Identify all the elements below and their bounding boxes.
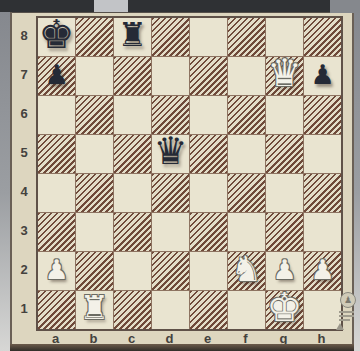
square-f5[interactable] [228, 135, 265, 173]
square-g5[interactable] [266, 135, 303, 173]
square-a6[interactable] [38, 96, 75, 134]
white-queen-g7[interactable]: ♛ [267, 54, 301, 92]
square-h5[interactable] [304, 135, 341, 173]
recycle-triangle-icon [336, 323, 344, 330]
rank-label-6: 6 [14, 94, 34, 132]
square-a8[interactable]: ♚ [38, 18, 75, 56]
square-h2[interactable]: ♟ [304, 252, 341, 290]
square-c1[interactable] [114, 291, 151, 329]
square-d1[interactable] [152, 291, 189, 329]
square-h7[interactable]: ♟ [304, 57, 341, 95]
square-e7[interactable] [190, 57, 227, 95]
square-h3[interactable] [304, 213, 341, 251]
square-c7[interactable] [114, 57, 151, 95]
board-photo: ♚♜♟♛♟♛♟♞♟♟♜♚ 87654321 abcdefgh ♟ [0, 0, 360, 351]
square-e1[interactable] [190, 291, 227, 329]
square-e3[interactable] [190, 213, 227, 251]
square-g7[interactable]: ♛ [266, 57, 303, 95]
square-e2[interactable] [190, 252, 227, 290]
square-b2[interactable] [76, 252, 113, 290]
square-a4[interactable] [38, 174, 75, 212]
black-rook-c8[interactable]: ♜ [118, 18, 148, 51]
square-c5[interactable] [114, 135, 151, 173]
maker-stamp-pawn-icon: ♟ [340, 292, 356, 308]
maker-stamp-text-line [339, 311, 354, 313]
rank-label-2: 2 [14, 250, 34, 288]
square-d8[interactable] [152, 18, 189, 56]
photo-top-right-edge [330, 0, 360, 13]
board-bottom-ledge [10, 344, 354, 351]
rank-label-5: 5 [14, 133, 34, 171]
square-e4[interactable] [190, 174, 227, 212]
maker-stamp-text-line [339, 319, 350, 321]
square-g4[interactable] [266, 174, 303, 212]
photo-top-edge [0, 0, 360, 12]
square-b1[interactable]: ♜ [76, 291, 113, 329]
square-h8[interactable] [304, 18, 341, 56]
white-rook-b1[interactable]: ♜ [80, 291, 110, 324]
square-h4[interactable] [304, 174, 341, 212]
square-b5[interactable] [76, 135, 113, 173]
square-e6[interactable] [190, 96, 227, 134]
square-g6[interactable] [266, 96, 303, 134]
square-d5[interactable]: ♛ [152, 135, 189, 173]
square-c2[interactable] [114, 252, 151, 290]
square-f3[interactable] [228, 213, 265, 251]
square-a1[interactable] [38, 291, 75, 329]
square-b6[interactable] [76, 96, 113, 134]
chess-board-grid: ♚♜♟♛♟♛♟♞♟♟♜♚ [36, 16, 343, 331]
square-b3[interactable] [76, 213, 113, 251]
square-f6[interactable] [228, 96, 265, 134]
square-a3[interactable] [38, 213, 75, 251]
square-e8[interactable] [190, 18, 227, 56]
square-b7[interactable] [76, 57, 113, 95]
square-a5[interactable] [38, 135, 75, 173]
wall-gap [94, 0, 128, 12]
square-g3[interactable] [266, 213, 303, 251]
white-pawn-h2[interactable]: ♟ [310, 257, 334, 284]
black-pawn-h7[interactable]: ♟ [310, 62, 334, 89]
black-pawn-a7[interactable]: ♟ [44, 62, 68, 89]
square-g8[interactable] [266, 18, 303, 56]
square-c3[interactable] [114, 213, 151, 251]
square-d2[interactable] [152, 252, 189, 290]
square-c8[interactable]: ♜ [114, 18, 151, 56]
square-b4[interactable] [76, 174, 113, 212]
square-d3[interactable] [152, 213, 189, 251]
square-g1[interactable]: ♚ [266, 291, 303, 329]
rank-label-8: 8 [14, 16, 34, 54]
white-pawn-a2[interactable]: ♟ [44, 257, 68, 284]
rank-label-4: 4 [14, 172, 34, 210]
square-d4[interactable] [152, 174, 189, 212]
rank-label-3: 3 [14, 211, 34, 249]
black-king-a8[interactable]: ♚ [39, 14, 75, 54]
rank-label-7: 7 [14, 55, 34, 93]
square-f7[interactable] [228, 57, 265, 95]
maker-stamp: ♟ [336, 292, 358, 338]
square-f2[interactable]: ♞ [228, 252, 265, 290]
white-pawn-g2[interactable]: ♟ [272, 257, 296, 284]
white-knight-f2[interactable]: ♞ [231, 251, 262, 286]
square-f4[interactable] [228, 174, 265, 212]
rank-label-1: 1 [14, 289, 34, 327]
square-f8[interactable] [228, 18, 265, 56]
white-king-g1[interactable]: ♚ [267, 287, 303, 327]
square-d6[interactable] [152, 96, 189, 134]
black-queen-d5[interactable]: ♛ [153, 132, 187, 170]
square-f1[interactable] [228, 291, 265, 329]
square-h6[interactable] [304, 96, 341, 134]
square-a7[interactable]: ♟ [38, 57, 75, 95]
square-d7[interactable] [152, 57, 189, 95]
square-c6[interactable] [114, 96, 151, 134]
square-b8[interactable] [76, 18, 113, 56]
square-e5[interactable] [190, 135, 227, 173]
square-a2[interactable]: ♟ [38, 252, 75, 290]
maker-stamp-text-line [339, 315, 354, 317]
square-c4[interactable] [114, 174, 151, 212]
